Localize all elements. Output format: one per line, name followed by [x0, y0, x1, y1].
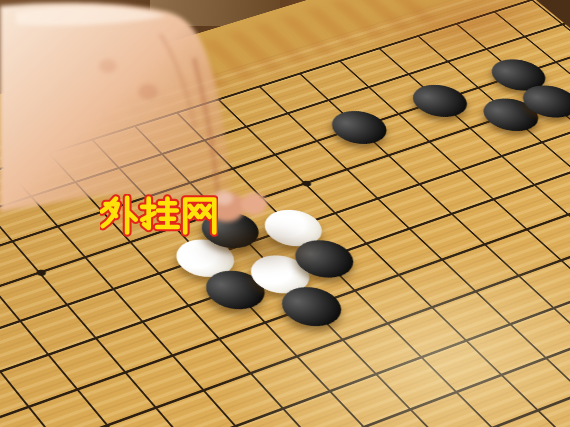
- watermark-text: [100, 194, 218, 238]
- star-point: [34, 269, 47, 277]
- wood-stain: [565, 126, 570, 322]
- knuckle-dimple: [99, 59, 117, 73]
- hand-silhouette: [0, 3, 231, 224]
- thumb-tip: [241, 193, 267, 215]
- knuckle-dimple: [138, 84, 158, 100]
- black-stone: [402, 79, 478, 122]
- photo-frame: [0, 0, 570, 427]
